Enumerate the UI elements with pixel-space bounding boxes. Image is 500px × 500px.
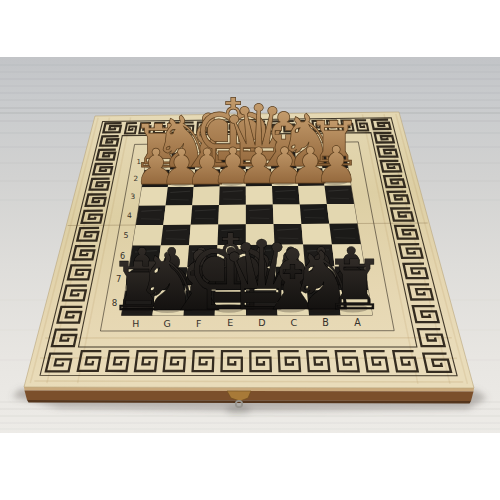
chess-set-photo: HGFEDCBA1122334455667788♜♞♝♚♛♝♞♜♟♟♟♟♟♟♟♟… xyxy=(0,0,500,500)
rank-label-left-4: 4 xyxy=(127,211,132,220)
piece-black-rook-a8[interactable]: ♜ xyxy=(324,245,386,325)
square-h4[interactable] xyxy=(136,205,166,225)
piece-white-pawn-a2[interactable]: ♟ xyxy=(314,135,359,194)
photo-frame: HGFEDCBA1122334455667788♜♞♝♚♛♝♞♜♟♟♟♟♟♟♟♟… xyxy=(0,0,500,500)
square-a4[interactable] xyxy=(327,204,357,224)
